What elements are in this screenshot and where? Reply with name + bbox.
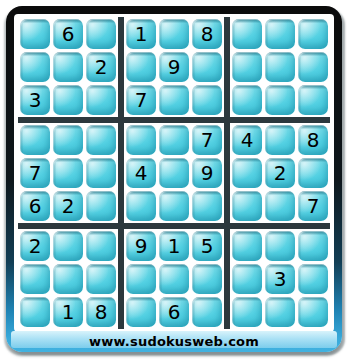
cell-r4c8[interactable] (265, 125, 295, 155)
cell-r7c6[interactable]: 5 (192, 231, 222, 261)
cell-r8c3[interactable] (86, 264, 116, 294)
cell-r4c7[interactable]: 4 (232, 125, 262, 155)
cell-r7c3[interactable] (86, 231, 116, 261)
cell-r4c9[interactable]: 8 (298, 125, 328, 155)
cell-r4c5[interactable] (159, 125, 189, 155)
cell-r9c2[interactable]: 1 (53, 297, 83, 327)
cell-r3c6[interactable] (192, 85, 222, 115)
cell-r3c4[interactable]: 7 (126, 85, 156, 115)
box-3-1: 218 (18, 229, 118, 329)
cell-r9c4[interactable] (126, 297, 156, 327)
cell-r3c8[interactable] (265, 85, 295, 115)
cell-r9c9[interactable] (298, 297, 328, 327)
cell-r9c7[interactable] (232, 297, 262, 327)
cell-r8c7[interactable] (232, 264, 262, 294)
cell-r4c3[interactable] (86, 125, 116, 155)
cell-r7c7[interactable] (232, 231, 262, 261)
cell-r6c8[interactable] (265, 191, 295, 221)
cell-r9c1[interactable] (20, 297, 50, 327)
cell-r2c2[interactable] (53, 52, 83, 82)
cell-r3c1[interactable]: 3 (20, 85, 50, 115)
cell-r8c9[interactable] (298, 264, 328, 294)
cell-r9c3[interactable]: 8 (86, 297, 116, 327)
cell-r1c5[interactable] (159, 19, 189, 49)
cell-r5c2[interactable] (53, 158, 83, 188)
box-1-2: 1897 (124, 17, 224, 117)
cell-r6c9[interactable]: 7 (298, 191, 328, 221)
cell-r5c6[interactable]: 9 (192, 158, 222, 188)
cell-r7c8[interactable] (265, 231, 295, 261)
box-3-3: 3 (230, 229, 330, 329)
cell-r2c7[interactable] (232, 52, 262, 82)
cell-r3c9[interactable] (298, 85, 328, 115)
site-footer-bar: www.sudokusweb.com (11, 331, 337, 348)
cell-r9c8[interactable] (265, 297, 295, 327)
cell-r8c2[interactable] (53, 264, 83, 294)
cell-r5c9[interactable] (298, 158, 328, 188)
sudoku-board: 6231897762749482721891563 (18, 17, 330, 329)
cell-r1c7[interactable] (232, 19, 262, 49)
cell-r6c3[interactable] (86, 191, 116, 221)
cell-r2c1[interactable] (20, 52, 50, 82)
cell-r1c1[interactable] (20, 19, 50, 49)
cell-r7c2[interactable] (53, 231, 83, 261)
cell-r3c3[interactable] (86, 85, 116, 115)
board-panel: 6231897762749482721891563 (14, 14, 334, 332)
cell-r6c7[interactable] (232, 191, 262, 221)
cell-r5c1[interactable]: 7 (20, 158, 50, 188)
box-2-1: 762 (18, 123, 118, 223)
cell-r1c2[interactable]: 6 (53, 19, 83, 49)
cell-r5c4[interactable]: 4 (126, 158, 156, 188)
box-1-1: 623 (18, 17, 118, 117)
sudoku-widget: 6231897762749482721891563 www.sudokusweb… (0, 0, 350, 360)
cell-r6c2[interactable]: 2 (53, 191, 83, 221)
cell-r2c5[interactable]: 9 (159, 52, 189, 82)
cell-r9c5[interactable]: 6 (159, 297, 189, 327)
cell-r7c4[interactable]: 9 (126, 231, 156, 261)
cell-r1c8[interactable] (265, 19, 295, 49)
cell-r5c3[interactable] (86, 158, 116, 188)
cell-r8c4[interactable] (126, 264, 156, 294)
cell-r3c5[interactable] (159, 85, 189, 115)
cell-r1c3[interactable] (86, 19, 116, 49)
cell-r2c4[interactable] (126, 52, 156, 82)
board-frame: 6231897762749482721891563 www.sudokusweb… (6, 6, 342, 352)
cell-r2c6[interactable] (192, 52, 222, 82)
box-3-2: 9156 (124, 229, 224, 329)
box-2-2: 749 (124, 123, 224, 223)
cell-r1c9[interactable] (298, 19, 328, 49)
cell-r8c6[interactable] (192, 264, 222, 294)
cell-r5c8[interactable]: 2 (265, 158, 295, 188)
cell-r6c5[interactable] (159, 191, 189, 221)
cell-r2c8[interactable] (265, 52, 295, 82)
cell-r8c5[interactable] (159, 264, 189, 294)
cell-r1c6[interactable]: 8 (192, 19, 222, 49)
cell-r4c4[interactable] (126, 125, 156, 155)
site-url: www.sudokusweb.com (89, 334, 259, 349)
cell-r2c9[interactable] (298, 52, 328, 82)
box-2-3: 4827 (230, 123, 330, 223)
cell-r9c6[interactable] (192, 297, 222, 327)
cell-r1c4[interactable]: 1 (126, 19, 156, 49)
cell-r6c1[interactable]: 6 (20, 191, 50, 221)
cell-r3c2[interactable] (53, 85, 83, 115)
cell-r8c8[interactable]: 3 (265, 264, 295, 294)
cell-r4c1[interactable] (20, 125, 50, 155)
cell-r8c1[interactable] (20, 264, 50, 294)
cell-r7c5[interactable]: 1 (159, 231, 189, 261)
box-1-3 (230, 17, 330, 117)
cell-r4c6[interactable]: 7 (192, 125, 222, 155)
cell-r4c2[interactable] (53, 125, 83, 155)
cell-r7c9[interactable] (298, 231, 328, 261)
cell-r6c6[interactable] (192, 191, 222, 221)
cell-r5c7[interactable] (232, 158, 262, 188)
cell-r6c4[interactable] (126, 191, 156, 221)
cell-r5c5[interactable] (159, 158, 189, 188)
cell-r7c1[interactable]: 2 (20, 231, 50, 261)
cell-r3c7[interactable] (232, 85, 262, 115)
cell-r2c3[interactable]: 2 (86, 52, 116, 82)
